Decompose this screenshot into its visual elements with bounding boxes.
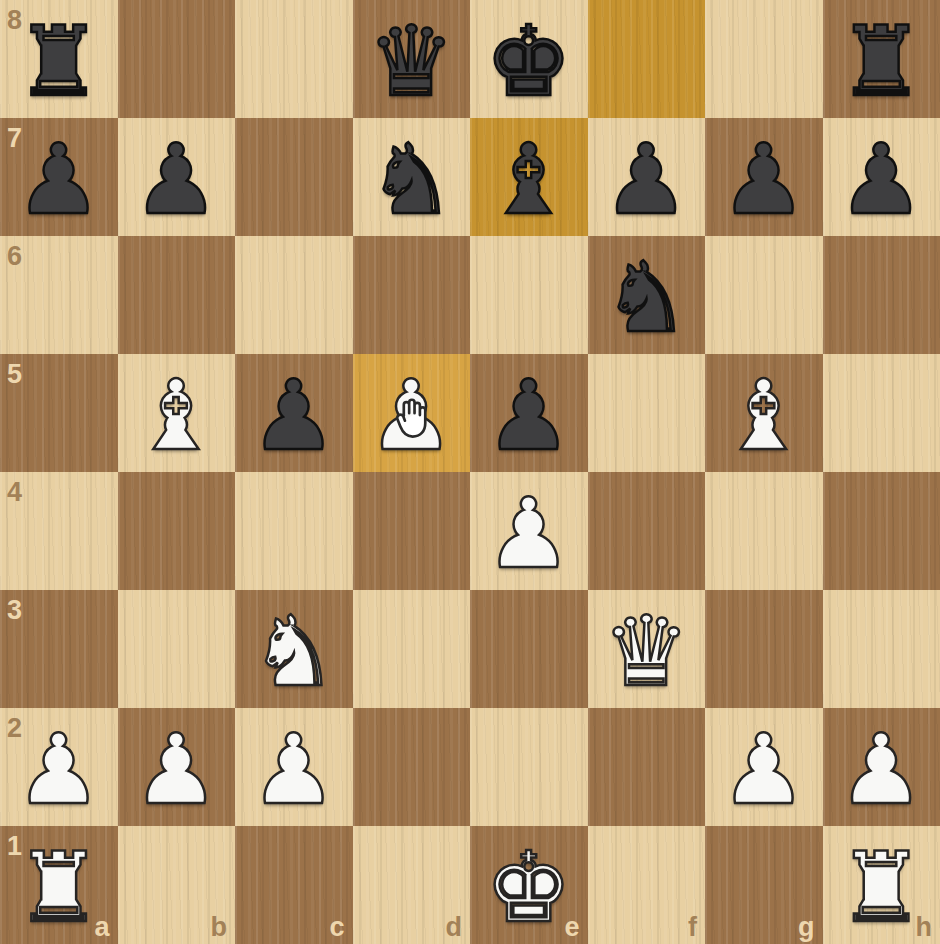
black-rook[interactable]: ♜ <box>15 13 102 110</box>
square-e5[interactable]: ♟ <box>470 354 588 472</box>
square-g8[interactable] <box>705 0 823 118</box>
square-h1[interactable]: h♜ <box>823 826 940 944</box>
white-bishop[interactable]: ♝ <box>720 367 807 464</box>
square-g1[interactable]: g <box>705 826 823 944</box>
square-f7[interactable]: ♟ <box>588 118 706 236</box>
file-label-b: b <box>211 912 228 943</box>
white-rook[interactable]: ♜ <box>15 839 102 936</box>
square-d7[interactable]: ♞ <box>353 118 471 236</box>
square-g7[interactable]: ♟ <box>705 118 823 236</box>
white-pawn[interactable]: ♟ <box>720 721 807 818</box>
square-f2[interactable] <box>588 708 706 826</box>
square-b4[interactable] <box>118 472 236 590</box>
square-d4[interactable] <box>353 472 471 590</box>
square-d5[interactable]: ♟ <box>353 354 471 472</box>
file-label-d: d <box>446 912 463 943</box>
square-e4[interactable]: ♟ <box>470 472 588 590</box>
square-b1[interactable]: b <box>118 826 236 944</box>
black-pawn[interactable]: ♟ <box>603 131 690 228</box>
square-d6[interactable] <box>353 236 471 354</box>
rank-label-3: 3 <box>7 595 22 626</box>
square-c5[interactable]: ♟ <box>235 354 353 472</box>
square-d3[interactable] <box>353 590 471 708</box>
square-c6[interactable] <box>235 236 353 354</box>
square-a3[interactable]: 3 <box>0 590 118 708</box>
square-f6[interactable]: ♞ <box>588 236 706 354</box>
square-e3[interactable] <box>470 590 588 708</box>
white-knight[interactable]: ♞ <box>250 603 337 700</box>
chess-board: 8♜♛♚♜7♟♟♞♝♟♟♟6♞5♝♟♟ ♟♝4♟3♞♛2♟♟♟♟♟1a♜bcde… <box>0 0 940 944</box>
square-b5[interactable]: ♝ <box>118 354 236 472</box>
white-bishop[interactable]: ♝ <box>133 367 220 464</box>
square-g6[interactable] <box>705 236 823 354</box>
rank-label-5: 5 <box>7 359 22 390</box>
square-h6[interactable] <box>823 236 940 354</box>
square-c8[interactable] <box>235 0 353 118</box>
square-a4[interactable]: 4 <box>0 472 118 590</box>
black-knight[interactable]: ♞ <box>603 249 690 346</box>
square-g3[interactable] <box>705 590 823 708</box>
square-e8[interactable]: ♚ <box>470 0 588 118</box>
square-h3[interactable] <box>823 590 940 708</box>
white-pawn[interactable]: ♟ <box>133 721 220 818</box>
file-label-f: f <box>688 912 697 943</box>
white-queen[interactable]: ♛ <box>603 603 690 700</box>
square-h7[interactable]: ♟ <box>823 118 940 236</box>
square-d1[interactable]: d <box>353 826 471 944</box>
square-h5[interactable] <box>823 354 940 472</box>
square-a6[interactable]: 6 <box>0 236 118 354</box>
rank-label-6: 6 <box>7 241 22 272</box>
square-c2[interactable]: ♟ <box>235 708 353 826</box>
square-e6[interactable] <box>470 236 588 354</box>
black-queen[interactable]: ♛ <box>368 13 455 110</box>
square-e7[interactable]: ♝ <box>470 118 588 236</box>
square-d8[interactable]: ♛ <box>353 0 471 118</box>
black-pawn[interactable]: ♟ <box>250 367 337 464</box>
black-king[interactable]: ♚ <box>485 13 572 110</box>
square-g5[interactable]: ♝ <box>705 354 823 472</box>
white-pawn[interactable]: ♟ <box>485 485 572 582</box>
square-b8[interactable] <box>118 0 236 118</box>
square-b6[interactable] <box>118 236 236 354</box>
square-a5[interactable]: 5 <box>0 354 118 472</box>
square-c7[interactable] <box>235 118 353 236</box>
square-h2[interactable]: ♟ <box>823 708 940 826</box>
white-pawn[interactable]: ♟ <box>368 367 455 464</box>
square-b3[interactable] <box>118 590 236 708</box>
black-bishop[interactable]: ♝ <box>485 131 572 228</box>
square-b7[interactable]: ♟ <box>118 118 236 236</box>
square-f5[interactable] <box>588 354 706 472</box>
chess-board-wrap: 8♜♛♚♜7♟♟♞♝♟♟♟6♞5♝♟♟ ♟♝4♟3♞♛2♟♟♟♟♟1a♜bcde… <box>0 0 940 944</box>
black-pawn[interactable]: ♟ <box>720 131 807 228</box>
black-pawn[interactable]: ♟ <box>133 131 220 228</box>
black-pawn[interactable]: ♟ <box>15 131 102 228</box>
square-c1[interactable]: c <box>235 826 353 944</box>
square-f8[interactable] <box>588 0 706 118</box>
square-e1[interactable]: e♚ <box>470 826 588 944</box>
white-pawn[interactable]: ♟ <box>15 721 102 818</box>
file-label-g: g <box>798 912 815 943</box>
square-h8[interactable]: ♜ <box>823 0 940 118</box>
square-f1[interactable]: f <box>588 826 706 944</box>
square-a1[interactable]: 1a♜ <box>0 826 118 944</box>
square-g4[interactable] <box>705 472 823 590</box>
black-rook[interactable]: ♜ <box>838 13 925 110</box>
square-h4[interactable] <box>823 472 940 590</box>
square-e2[interactable] <box>470 708 588 826</box>
square-g2[interactable]: ♟ <box>705 708 823 826</box>
square-d2[interactable] <box>353 708 471 826</box>
white-rook[interactable]: ♜ <box>838 839 925 936</box>
square-a8[interactable]: 8♜ <box>0 0 118 118</box>
white-king[interactable]: ♚ <box>485 839 572 936</box>
square-f3[interactable]: ♛ <box>588 590 706 708</box>
square-a7[interactable]: 7♟ <box>0 118 118 236</box>
file-label-c: c <box>329 912 344 943</box>
square-c4[interactable] <box>235 472 353 590</box>
square-b2[interactable]: ♟ <box>118 708 236 826</box>
white-pawn[interactable]: ♟ <box>250 721 337 818</box>
rank-label-4: 4 <box>7 477 22 508</box>
square-a2[interactable]: 2♟ <box>0 708 118 826</box>
white-pawn[interactable]: ♟ <box>838 721 925 818</box>
black-knight[interactable]: ♞ <box>368 131 455 228</box>
black-pawn[interactable]: ♟ <box>838 131 925 228</box>
square-c3[interactable]: ♞ <box>235 590 353 708</box>
black-pawn[interactable]: ♟ <box>485 367 572 464</box>
square-f4[interactable] <box>588 472 706 590</box>
